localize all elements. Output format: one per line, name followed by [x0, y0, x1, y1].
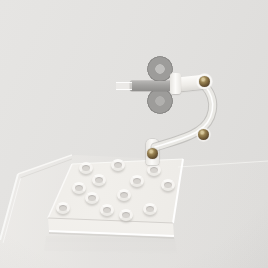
brass-screw — [198, 129, 209, 140]
brass-screw — [199, 76, 210, 87]
product-photo — [0, 0, 268, 268]
brass-screw — [147, 148, 158, 159]
hardware-layer — [0, 0, 268, 268]
